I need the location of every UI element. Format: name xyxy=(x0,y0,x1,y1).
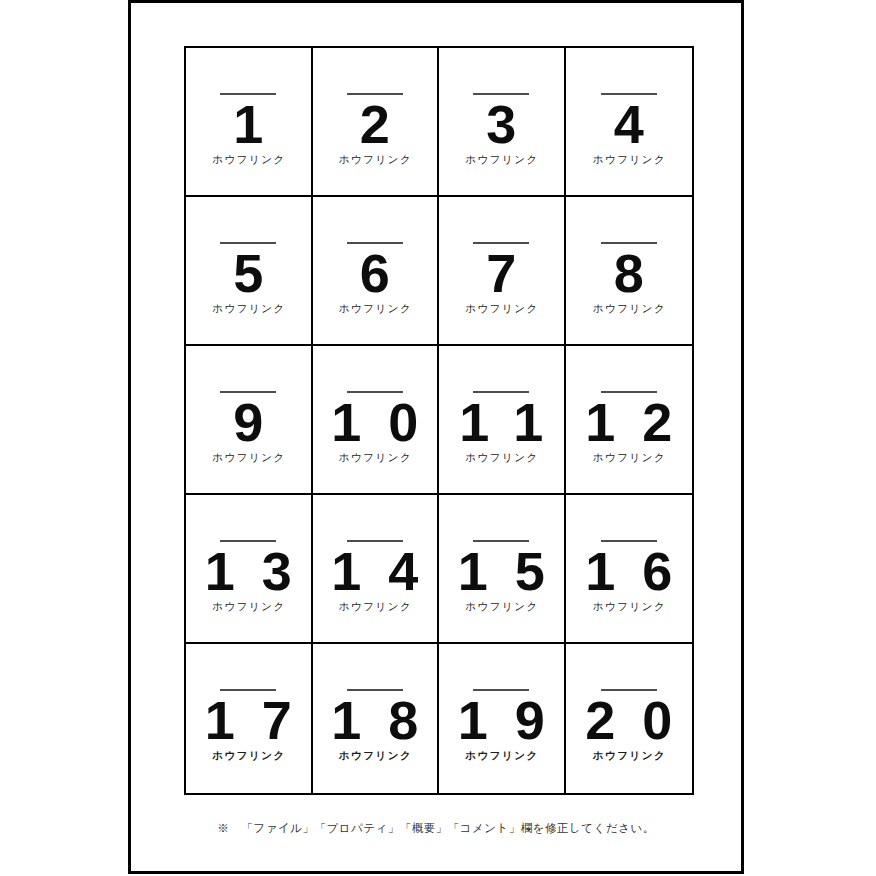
cell-number: 1 xyxy=(206,97,290,151)
grid-cell-15: 15 ホウフリンク xyxy=(439,495,566,644)
grid-cell-8: 8 ホウフリンク xyxy=(566,197,693,346)
grid-cell-19: 19 ホウフリンク xyxy=(439,644,566,793)
cell-label: ホウフリンク xyxy=(591,153,666,167)
cell-number: 18 xyxy=(313,693,440,747)
cell-number: 14 xyxy=(313,544,440,598)
grid-cell-2: 2 ホウフリンク xyxy=(313,48,440,197)
grid-cell-17: 17 ホウフリンク xyxy=(186,644,313,793)
cell-number: 4 xyxy=(587,97,671,151)
grid-cell-9: 9 ホウフリンク xyxy=(186,346,313,495)
cell-label: ホウフリンク xyxy=(591,749,666,763)
grid-cell-6: 6 ホウフリンク xyxy=(313,197,440,346)
cell-label: ホウフリンク xyxy=(464,153,539,167)
grid-cell-14: 14 ホウフリンク xyxy=(313,495,440,644)
cell-number: 3 xyxy=(459,97,543,151)
cell-label: ホウフリンク xyxy=(211,153,286,167)
cell-label: ホウフリンク xyxy=(591,600,666,614)
cell-number: 13 xyxy=(186,544,313,598)
grid-cell-13: 13 ホウフリンク xyxy=(186,495,313,644)
cell-label: ホウフリンク xyxy=(211,749,286,763)
cell-number: 9 xyxy=(206,395,290,449)
grid-cell-5: 5 ホウフリンク xyxy=(186,197,313,346)
cell-label: ホウフリンク xyxy=(211,451,286,465)
cell-label: ホウフリンク xyxy=(464,302,539,316)
grid-cell-18: 18 ホウフリンク xyxy=(313,644,440,793)
cell-number: 8 xyxy=(587,246,671,300)
cell-number: 11 xyxy=(439,395,566,449)
cell-number: 15 xyxy=(439,544,566,598)
cell-label: ホウフリンク xyxy=(464,451,539,465)
cell-label: ホウフリンク xyxy=(591,451,666,465)
grid-cell-3: 3 ホウフリンク xyxy=(439,48,566,197)
cell-number: 12 xyxy=(566,395,693,449)
cell-number: 7 xyxy=(459,246,543,300)
cell-number: 16 xyxy=(566,544,693,598)
cell-label: ホウフリンク xyxy=(211,302,286,316)
cell-number: 2 xyxy=(333,97,417,151)
grid-cell-1: 1 ホウフリンク xyxy=(186,48,313,197)
cell-number: 19 xyxy=(439,693,566,747)
cell-label: ホウフリンク xyxy=(337,600,412,614)
grid-cell-10: 10 ホウフリンク xyxy=(313,346,440,495)
grid-cell-7: 7 ホウフリンク xyxy=(439,197,566,346)
numbered-label-grid: 1 ホウフリンク 2 ホウフリンク 3 ホウフリンク 4 ホウフリンク 5 ホウ… xyxy=(184,46,694,795)
grid-cell-16: 16 ホウフリンク xyxy=(566,495,693,644)
cell-label: ホウフリンク xyxy=(337,749,412,763)
cell-label: ホウフリンク xyxy=(337,451,412,465)
document-page: 1 ホウフリンク 2 ホウフリンク 3 ホウフリンク 4 ホウフリンク 5 ホウ… xyxy=(128,0,744,874)
grid-cell-20: 20 ホウフリンク xyxy=(566,644,693,793)
footer-note: ※ 「ファイル」「プロパティ」「概要」「コメント」欄を修正してください。 xyxy=(131,821,741,836)
cell-number: 5 xyxy=(206,246,290,300)
cell-label: ホウフリンク xyxy=(211,600,286,614)
grid-cell-4: 4 ホウフリンク xyxy=(566,48,693,197)
cell-number: 10 xyxy=(313,395,440,449)
cell-label: ホウフリンク xyxy=(337,153,412,167)
cell-label: ホウフリンク xyxy=(591,302,666,316)
cell-number: 17 xyxy=(186,693,313,747)
grid-cell-12: 12 ホウフリンク xyxy=(566,346,693,495)
cell-number: 6 xyxy=(333,246,417,300)
cell-label: ホウフリンク xyxy=(464,600,539,614)
cell-number: 20 xyxy=(566,693,693,747)
cell-label: ホウフリンク xyxy=(337,302,412,316)
cell-label: ホウフリンク xyxy=(464,749,539,763)
grid-cell-11: 11 ホウフリンク xyxy=(439,346,566,495)
